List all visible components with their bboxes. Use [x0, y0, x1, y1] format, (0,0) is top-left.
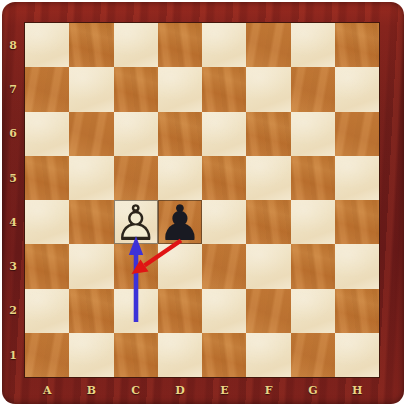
square-b2[interactable] — [69, 289, 113, 333]
square-e6[interactable] — [202, 112, 246, 156]
square-h7[interactable] — [335, 67, 379, 111]
square-f7[interactable] — [246, 67, 290, 111]
square-g5[interactable] — [291, 156, 335, 200]
square-g1[interactable] — [291, 333, 335, 377]
square-f2[interactable] — [246, 289, 290, 333]
square-a7[interactable] — [25, 67, 69, 111]
square-f4[interactable] — [246, 200, 290, 244]
file-label-b: B — [69, 378, 113, 403]
rank-label-7: 7 — [1, 67, 25, 111]
square-b7[interactable] — [69, 67, 113, 111]
square-e5[interactable] — [202, 156, 246, 200]
square-c8[interactable] — [114, 23, 158, 67]
square-c2[interactable] — [114, 289, 158, 333]
square-f1[interactable] — [246, 333, 290, 377]
square-e7[interactable] — [202, 67, 246, 111]
square-a5[interactable] — [25, 156, 69, 200]
black-pawn[interactable]: ♟ — [158, 200, 202, 244]
square-b1[interactable] — [69, 333, 113, 377]
file-label-h: H — [335, 378, 379, 403]
square-e4[interactable] — [202, 200, 246, 244]
square-g7[interactable] — [291, 67, 335, 111]
file-label-f: F — [246, 378, 290, 403]
square-b4[interactable] — [69, 200, 113, 244]
square-h3[interactable] — [335, 244, 379, 288]
square-d8[interactable] — [158, 23, 202, 67]
square-g4[interactable] — [291, 200, 335, 244]
rank-label-8: 8 — [1, 23, 25, 67]
square-b6[interactable] — [69, 112, 113, 156]
square-c6[interactable] — [114, 112, 158, 156]
rank-labels: 87654321 — [1, 23, 25, 377]
square-h4[interactable] — [335, 200, 379, 244]
square-d3[interactable] — [158, 244, 202, 288]
file-label-e: E — [202, 378, 246, 403]
square-e1[interactable] — [202, 333, 246, 377]
square-d1[interactable] — [158, 333, 202, 377]
file-label-a: A — [25, 378, 69, 403]
square-g3[interactable] — [291, 244, 335, 288]
rank-label-5: 5 — [1, 156, 25, 200]
square-g2[interactable] — [291, 289, 335, 333]
square-f8[interactable] — [246, 23, 290, 67]
square-c3[interactable] — [114, 244, 158, 288]
rank-label-3: 3 — [1, 244, 25, 288]
chess-board: ♟♙♟ — [25, 23, 379, 377]
square-d4[interactable]: ♟ — [158, 200, 202, 244]
rank-label-6: 6 — [1, 112, 25, 156]
square-c5[interactable] — [114, 156, 158, 200]
black-pawn-glyph: ♟ — [158, 201, 202, 245]
square-a1[interactable] — [25, 333, 69, 377]
square-b8[interactable] — [69, 23, 113, 67]
white-pawn[interactable]: ♟♙ — [114, 200, 158, 244]
square-g6[interactable] — [291, 112, 335, 156]
square-h1[interactable] — [335, 333, 379, 377]
square-e8[interactable] — [202, 23, 246, 67]
square-h2[interactable] — [335, 289, 379, 333]
square-a2[interactable] — [25, 289, 69, 333]
file-label-g: G — [291, 378, 335, 403]
file-labels: ABCDEFGH — [25, 378, 379, 403]
square-c7[interactable] — [114, 67, 158, 111]
square-f5[interactable] — [246, 156, 290, 200]
square-e2[interactable] — [202, 289, 246, 333]
square-g8[interactable] — [291, 23, 335, 67]
file-label-c: C — [114, 378, 158, 403]
square-f3[interactable] — [246, 244, 290, 288]
square-a3[interactable] — [25, 244, 69, 288]
square-a6[interactable] — [25, 112, 69, 156]
square-a4[interactable] — [25, 200, 69, 244]
square-e3[interactable] — [202, 244, 246, 288]
square-d6[interactable] — [158, 112, 202, 156]
square-f6[interactable] — [246, 112, 290, 156]
square-c1[interactable] — [114, 333, 158, 377]
rank-label-1: 1 — [1, 333, 25, 377]
chessboard-screenshot: ♟♙♟ 87654321 ABCDEFGH — [0, 0, 406, 406]
square-a8[interactable] — [25, 23, 69, 67]
square-h6[interactable] — [335, 112, 379, 156]
rank-label-2: 2 — [1, 289, 25, 333]
square-h8[interactable] — [335, 23, 379, 67]
square-d7[interactable] — [158, 67, 202, 111]
square-d2[interactable] — [158, 289, 202, 333]
square-b5[interactable] — [69, 156, 113, 200]
square-c4[interactable]: ♟♙ — [114, 200, 158, 244]
square-d5[interactable] — [158, 156, 202, 200]
file-label-d: D — [158, 378, 202, 403]
square-b3[interactable] — [69, 244, 113, 288]
white-pawn-outline-glyph: ♙ — [114, 201, 158, 245]
rank-label-4: 4 — [1, 200, 25, 244]
square-h5[interactable] — [335, 156, 379, 200]
